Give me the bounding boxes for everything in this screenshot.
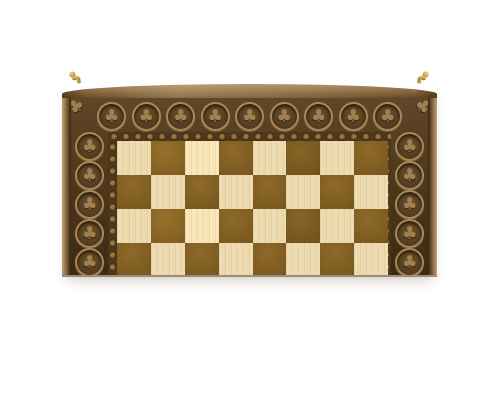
chess-board: ♣ ♣ ♣♣♣♣♣♣♣♣♣ ♣♣♣♣♣ ♣♣♣♣♣ — [62, 84, 437, 277]
trefoil-icon: ♣ — [82, 167, 97, 184]
board-square — [219, 209, 253, 243]
trefoil-icon: ♣ — [402, 196, 417, 213]
trefoil-icon: ♣ — [82, 254, 97, 271]
board-square — [219, 175, 253, 209]
board-square — [253, 141, 287, 175]
beaded-border-left — [108, 141, 117, 275]
board-square — [151, 175, 185, 209]
board-square — [151, 141, 185, 175]
board-square — [286, 243, 320, 275]
trefoil-icon: ♣ — [380, 108, 395, 125]
board-square — [320, 243, 354, 275]
trefoil-icon: ♣ — [82, 138, 97, 155]
trefoil-medallion: ♣ — [339, 102, 368, 131]
beaded-border-top — [108, 132, 391, 141]
trefoil-medallion: ♣ — [395, 219, 424, 248]
frame-band-right: ♣♣♣♣♣ — [391, 132, 428, 275]
trefoil-icon: ♣ — [82, 196, 97, 213]
hinge-right-icon — [415, 70, 431, 86]
checkerboard — [117, 141, 388, 275]
board-square — [185, 175, 219, 209]
frame-outer-edge-left — [62, 98, 71, 275]
trefoil-medallion: ♣ — [75, 248, 104, 275]
trefoil-icon: ♣ — [311, 108, 326, 125]
trefoil-medallion: ♣ — [395, 248, 424, 275]
board-square — [185, 243, 219, 275]
board-square — [117, 209, 151, 243]
trefoil-icon: ♣ — [82, 225, 97, 242]
board-square — [151, 209, 185, 243]
board-square — [286, 141, 320, 175]
board-square — [117, 243, 151, 275]
trefoil-medallion: ♣ — [75, 190, 104, 219]
trefoil-icon: ♣ — [138, 108, 153, 125]
hinge-left-icon — [67, 70, 83, 86]
trefoil-medallion: ♣ — [75, 161, 104, 190]
board-square — [286, 209, 320, 243]
trefoil-medallion: ♣ — [270, 102, 299, 131]
trefoil-medallion: ♣ — [395, 161, 424, 190]
board-square — [219, 243, 253, 275]
trefoil-medallion: ♣ — [166, 102, 195, 131]
trefoil-medallion: ♣ — [75, 132, 104, 161]
board-square — [354, 141, 388, 175]
frame-band-left: ♣♣♣♣♣ — [71, 132, 108, 275]
board-square — [117, 175, 151, 209]
trefoil-icon: ♣ — [276, 108, 291, 125]
trefoil-icon: ♣ — [242, 108, 257, 125]
trefoil-icon: ♣ — [402, 254, 417, 271]
board-square — [219, 141, 253, 175]
hinge-foot — [417, 77, 422, 84]
board-square — [320, 209, 354, 243]
trefoil-icon: ♣ — [402, 167, 417, 184]
board-square — [286, 175, 320, 209]
frame-band-top: ♣♣♣♣♣♣♣♣♣ — [71, 100, 428, 132]
trefoil-medallion: ♣ — [395, 190, 424, 219]
board-square — [151, 243, 185, 275]
board-square — [185, 141, 219, 175]
trefoil-icon: ♣ — [402, 138, 417, 155]
board-square — [354, 243, 388, 275]
board-square — [253, 243, 287, 275]
trefoil-medallion: ♣ — [373, 102, 402, 131]
trefoil-medallion: ♣ — [395, 132, 424, 161]
trefoil-medallion: ♣ — [304, 102, 333, 131]
board-square — [117, 141, 151, 175]
board-square — [354, 175, 388, 209]
trefoil-icon: ♣ — [207, 108, 222, 125]
board-square — [253, 175, 287, 209]
board-square — [185, 209, 219, 243]
product-photo: ♣ ♣ ♣♣♣♣♣♣♣♣♣ ♣♣♣♣♣ ♣♣♣♣♣ — [0, 0, 500, 400]
trefoil-medallion: ♣ — [97, 102, 126, 131]
frame-outer-edge-right — [428, 98, 437, 275]
hinge-foot — [76, 77, 81, 84]
board-square — [320, 175, 354, 209]
trefoil-medallion: ♣ — [235, 102, 264, 131]
trefoil-icon: ♣ — [104, 108, 119, 125]
trefoil-icon: ♣ — [345, 108, 360, 125]
trefoil-medallion: ♣ — [201, 102, 230, 131]
board-square — [253, 209, 287, 243]
trefoil-icon: ♣ — [402, 225, 417, 242]
board-square — [354, 209, 388, 243]
board-square — [320, 141, 354, 175]
trefoil-icon: ♣ — [173, 108, 188, 125]
carved-frame: ♣ ♣ ♣♣♣♣♣♣♣♣♣ ♣♣♣♣♣ ♣♣♣♣♣ — [62, 98, 437, 275]
trefoil-medallion: ♣ — [75, 219, 104, 248]
trefoil-medallion: ♣ — [132, 102, 161, 131]
